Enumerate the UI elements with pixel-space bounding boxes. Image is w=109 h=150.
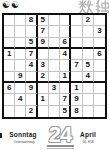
cell-r2c1	[4, 26, 15, 37]
cell-r6c9	[94, 72, 105, 83]
cell-r3c8	[83, 38, 94, 49]
kanji-shu	[80, 1, 93, 14]
cell-r3c5	[49, 38, 60, 49]
cell-r5c2	[15, 60, 26, 71]
cell-r8c7: 9	[71, 94, 82, 105]
cell-r1c3: 8	[26, 15, 37, 26]
cell-r1c6	[60, 15, 71, 26]
cell-r7c4	[38, 83, 49, 94]
yin-yang-icons: ☯☯	[2, 0, 20, 10]
cell-r2c5	[49, 26, 60, 37]
cell-r1c9	[94, 15, 105, 26]
cell-r5c9	[94, 60, 105, 71]
cell-r9c8	[83, 106, 94, 117]
cell-r7c3: 9	[26, 83, 37, 94]
cell-r4c8	[83, 49, 94, 60]
cell-r6c1	[4, 72, 15, 83]
cell-r4c4	[38, 49, 49, 60]
cell-r6c5	[49, 72, 60, 83]
cell-r2c9: 3	[94, 26, 105, 37]
month-block: April 16. KW	[74, 131, 102, 147]
cell-r1c7	[71, 15, 82, 26]
cell-r6c8: 4	[83, 72, 94, 83]
cell-r3c4: 9	[38, 38, 49, 49]
cell-r9c2	[15, 106, 26, 117]
cell-r4c9: 6	[94, 49, 105, 60]
cell-r9c4	[38, 106, 49, 117]
cell-r4c1: 1	[4, 49, 15, 60]
cell-r3c7	[71, 38, 82, 49]
kanji-doku	[96, 1, 109, 14]
cell-r3c9	[94, 38, 105, 49]
month-label: April	[74, 131, 102, 138]
sudoku-grid: 8527359617464375921469314179258	[2, 13, 107, 119]
cell-r3c3: 5	[26, 38, 37, 49]
weekday-label: Sonntag	[4, 131, 42, 138]
cell-r9c1	[4, 106, 15, 117]
cell-r9c3: 2	[26, 106, 37, 117]
cell-r5c4: 3	[38, 60, 49, 71]
cell-r2c8	[83, 26, 94, 37]
cell-r4c3: 7	[26, 49, 37, 60]
cell-r7c2	[15, 83, 26, 94]
cell-r6c7	[71, 72, 82, 83]
cell-r1c4: 5	[38, 15, 49, 26]
cell-r2c3	[26, 26, 37, 37]
sudoku-kanji-title	[79, 0, 109, 14]
cell-r1c8: 2	[83, 15, 94, 26]
cell-r8c4: 1	[38, 94, 49, 105]
cell-r9c5	[49, 106, 60, 117]
weekday-note: Ostersonntag	[14, 140, 33, 144]
cell-r3c1	[4, 38, 15, 49]
cell-r6c4: 2	[38, 72, 49, 83]
cell-r3c2	[15, 38, 26, 49]
cell-r4c2	[15, 49, 26, 60]
cell-r1c5	[49, 15, 60, 26]
cell-r5c8: 5	[83, 60, 94, 71]
cell-r1c1	[4, 15, 15, 26]
day-number: 24	[45, 126, 75, 144]
cell-r8c6: 7	[60, 94, 71, 105]
day-underline-light	[47, 148, 74, 149]
cell-r8c8	[83, 94, 94, 105]
cell-r8c3	[26, 94, 37, 105]
cell-r7c9	[94, 83, 105, 94]
cell-r6c6: 1	[60, 72, 71, 83]
cell-r4c6: 4	[60, 49, 71, 60]
cell-r8c9	[94, 94, 105, 105]
cell-r5c1	[4, 60, 15, 71]
cell-r9c7: 8	[71, 106, 82, 117]
cell-r2c4: 7	[38, 26, 49, 37]
week-note: 16. KW	[81, 140, 95, 144]
cell-r9c6: 5	[60, 106, 71, 117]
cell-r7c1: 6	[4, 83, 15, 94]
cell-r7c6	[60, 83, 71, 94]
cell-r6c3	[26, 72, 37, 83]
cell-r2c2	[15, 26, 26, 37]
cell-r8c5	[49, 94, 60, 105]
cell-r4c5	[49, 49, 60, 60]
cell-r5c5	[49, 60, 60, 71]
day-number-block: 24	[45, 126, 75, 149]
cell-r2c6	[60, 26, 71, 37]
calendar-page: ☯☯ 8527359617464375921469314179258 S	[0, 0, 109, 150]
cell-r8c2: 4	[15, 94, 26, 105]
cell-r7c8	[83, 83, 94, 94]
cell-r4c7	[71, 49, 82, 60]
cell-r9c9	[94, 106, 105, 117]
cell-r5c7: 7	[71, 60, 82, 71]
cell-r8c1	[4, 94, 15, 105]
cell-r5c3: 4	[26, 60, 37, 71]
cell-r7c7: 1	[71, 83, 82, 94]
cell-r3c6: 6	[60, 38, 71, 49]
weekday-block: Sonntag Ostersonntag	[4, 131, 42, 147]
cell-r6c2: 9	[15, 72, 26, 83]
cell-r5c6	[60, 60, 71, 71]
page-edge-mark	[0, 133, 2, 138]
cell-r2c7	[71, 26, 82, 37]
cell-r7c5: 3	[49, 83, 60, 94]
cell-r1c2	[15, 15, 26, 26]
